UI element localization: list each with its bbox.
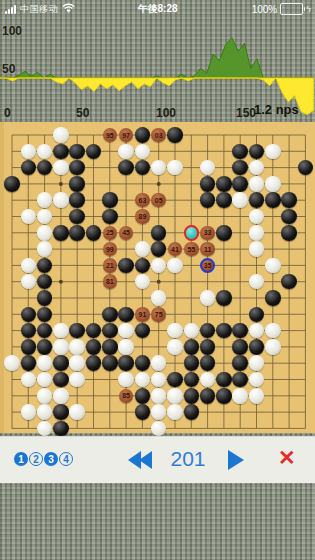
stone-marked-dead[interactable]: 03 [151, 128, 166, 143]
stone-black[interactable] [135, 388, 151, 404]
stone-black[interactable] [118, 355, 134, 371]
stone-black[interactable] [265, 290, 281, 306]
stone-black[interactable] [86, 339, 102, 355]
stone-black[interactable] [232, 144, 248, 160]
stone-black[interactable] [21, 339, 37, 355]
stone-white[interactable] [249, 176, 265, 192]
stone-black[interactable] [265, 192, 281, 208]
stone-white[interactable] [249, 355, 265, 371]
variation-button-3[interactable]: 3 [44, 452, 58, 466]
move-number-on-stone: 33 [204, 229, 212, 236]
stone-black[interactable] [184, 404, 200, 420]
stone-black[interactable] [249, 192, 265, 208]
stone-black[interactable] [167, 127, 183, 143]
stone-black[interactable] [281, 225, 297, 241]
stone-white[interactable] [167, 258, 183, 274]
stone-white[interactable] [265, 339, 281, 355]
stone-black[interactable] [200, 388, 216, 404]
move-number-on-stone: 41 [171, 246, 179, 253]
stone-white[interactable] [265, 323, 281, 339]
stone-black[interactable] [135, 355, 151, 371]
stone-black[interactable] [281, 209, 297, 225]
x-axis-tick-100: 100 [156, 106, 176, 120]
stone-black[interactable] [216, 192, 232, 208]
stone-black[interactable] [232, 355, 248, 371]
stone-black[interactable] [53, 144, 69, 160]
rewind-icon [139, 451, 152, 469]
move-number-on-stone: 11 [204, 246, 211, 253]
stone-black[interactable] [249, 339, 265, 355]
stone-white[interactable] [118, 323, 134, 339]
stone-black[interactable] [184, 388, 200, 404]
stone-white[interactable] [135, 241, 151, 257]
stone-white[interactable] [249, 388, 265, 404]
stone-black[interactable] [53, 372, 69, 388]
stone-marked-dead[interactable]: 55 [184, 242, 199, 257]
nps-speed-label: 1.2 nps [254, 102, 299, 117]
star-point [157, 280, 161, 284]
move-number-on-stone: 89 [138, 213, 146, 220]
stone-black[interactable] [4, 176, 20, 192]
stone-white[interactable] [167, 339, 183, 355]
stone-black[interactable] [37, 290, 53, 306]
move-number-on-stone: 99 [106, 246, 114, 253]
stone-white[interactable] [232, 192, 248, 208]
stone-marked-dead[interactable]: 63 [135, 193, 150, 208]
stone-black[interactable] [102, 307, 118, 323]
stone-white[interactable] [53, 192, 69, 208]
stone-white[interactable] [265, 176, 281, 192]
stone-black[interactable] [21, 355, 37, 371]
stone-white[interactable] [69, 404, 85, 420]
stone-black[interactable] [216, 290, 232, 306]
stone-black[interactable] [135, 404, 151, 420]
move-number-on-stone: 75 [155, 311, 163, 318]
stone-white[interactable] [37, 241, 53, 257]
variation-buttons: 1 2 3 4 [14, 452, 73, 466]
play-forward-button[interactable] [228, 450, 244, 470]
stone-white[interactable] [200, 290, 216, 306]
stone-black[interactable] [21, 307, 37, 323]
star-point [157, 182, 161, 186]
stone-black[interactable] [118, 160, 134, 176]
stone-white[interactable] [167, 323, 183, 339]
stone-black[interactable] [216, 225, 232, 241]
stone-white[interactable] [118, 339, 134, 355]
stone-marked-dead[interactable]: 81 [103, 274, 118, 289]
stone-black[interactable] [135, 127, 151, 143]
winrate-chart: 100 50 0 50 100 150 1.2 nps [0, 18, 315, 122]
stone-white[interactable] [21, 144, 37, 160]
stone-white[interactable] [69, 355, 85, 371]
stone-black[interactable] [53, 404, 69, 420]
stone-black[interactable] [216, 323, 232, 339]
stone-white[interactable] [37, 404, 53, 420]
stone-black[interactable] [69, 209, 85, 225]
x-axis-tick-0: 0 [4, 106, 11, 120]
stone-white[interactable] [21, 258, 37, 274]
stone-black[interactable] [69, 225, 85, 241]
stone-black[interactable] [184, 339, 200, 355]
stone-white[interactable] [53, 388, 69, 404]
stone-black[interactable] [37, 339, 53, 355]
move-number-on-stone: 95 [106, 132, 114, 139]
stone-white[interactable] [37, 421, 53, 437]
stone-marked-dead[interactable]: 33 [200, 226, 215, 241]
stone-white[interactable] [167, 160, 183, 176]
stone-white[interactable] [21, 404, 37, 420]
stone-black[interactable] [53, 355, 69, 371]
stone-white[interactable] [135, 144, 151, 160]
y-axis-tick-100: 100 [2, 24, 22, 38]
stone-white[interactable] [167, 388, 183, 404]
stone-black[interactable] [232, 176, 248, 192]
stone-black[interactable] [151, 225, 167, 241]
stone-marked-dead[interactable]: 89 [135, 209, 150, 224]
variation-button-4[interactable]: 4 [59, 452, 73, 466]
stone-black[interactable] [102, 192, 118, 208]
stone-white[interactable] [151, 290, 167, 306]
stone-black[interactable] [232, 339, 248, 355]
battery-icon [280, 3, 303, 15]
stone-black[interactable] [102, 209, 118, 225]
stone-white[interactable] [249, 241, 265, 257]
stone-black[interactable] [167, 372, 183, 388]
stone-black[interactable] [53, 225, 69, 241]
stone-black[interactable] [232, 372, 248, 388]
stone-marked-dead[interactable]: 21 [103, 258, 118, 273]
stone-black[interactable] [200, 176, 216, 192]
stone-black[interactable] [118, 307, 134, 323]
stone-black[interactable] [184, 355, 200, 371]
close-button[interactable]: ✕ [278, 447, 296, 468]
status-bar: 中国移动 午後8:28 100% ϟ [0, 0, 315, 18]
move-number-on-stone: 03 [155, 132, 163, 139]
stone-white[interactable] [37, 388, 53, 404]
rewind-button[interactable] [128, 451, 152, 469]
stone-white[interactable] [53, 160, 69, 176]
stone-white[interactable] [249, 225, 265, 241]
move-number-on-stone: 05 [155, 197, 163, 204]
move-number-on-stone: 35 [204, 262, 212, 269]
stone-marked-dead[interactable]: 91 [135, 307, 150, 322]
star-point [59, 280, 63, 284]
stone-black[interactable] [102, 323, 118, 339]
stone-black[interactable] [216, 388, 232, 404]
stone-black[interactable] [69, 192, 85, 208]
variation-button-1[interactable]: 1 [14, 452, 28, 466]
stone-marked-dead[interactable]: 25 [103, 226, 118, 241]
stone-white[interactable] [53, 323, 69, 339]
stone-white[interactable] [118, 372, 134, 388]
stone-white[interactable] [53, 339, 69, 355]
stone-highlight-cyan-red-ring[interactable] [184, 225, 200, 241]
move-number-label: 201 [158, 447, 218, 471]
charging-bolt-icon: ϟ [306, 4, 311, 14]
move-number-on-stone: 85 [122, 392, 130, 399]
stone-white[interactable] [53, 127, 69, 143]
go-board[interactable]: 95970363058925453399415511213581917585 [0, 122, 315, 433]
x-axis-tick-50: 50 [76, 106, 89, 120]
variation-button-2[interactable]: 2 [29, 452, 43, 466]
stone-marked-dead[interactable]: 75 [151, 307, 166, 322]
move-number-on-stone: 81 [106, 278, 114, 285]
stone-white[interactable] [265, 258, 281, 274]
stone-black[interactable] [281, 192, 297, 208]
move-number-on-stone: 97 [122, 132, 130, 139]
stone-black[interactable] [53, 421, 69, 437]
stone-white[interactable] [69, 372, 85, 388]
stone-marked-dead[interactable]: 11 [200, 242, 215, 257]
stone-black[interactable] [102, 355, 118, 371]
move-number-on-stone: 45 [122, 229, 130, 236]
stone-black[interactable] [216, 176, 232, 192]
stone-black[interactable] [200, 339, 216, 355]
stone-white[interactable] [151, 388, 167, 404]
star-point [59, 182, 63, 186]
move-number-on-stone: 63 [138, 197, 146, 204]
battery-percent-label: 100% [252, 4, 278, 15]
stone-white[interactable] [232, 388, 248, 404]
bottom-toolbar: 1 2 3 4 201 ✕ [0, 436, 315, 483]
stone-black[interactable] [118, 258, 134, 274]
stone-white[interactable] [69, 339, 85, 355]
stone-white[interactable] [118, 144, 134, 160]
stone-black[interactable] [86, 355, 102, 371]
go-app-screen: { "status_bar": { "carrier": "中国移动", "ti… [0, 0, 315, 560]
stone-white[interactable] [151, 421, 167, 437]
stone-black[interactable] [102, 339, 118, 355]
stone-white[interactable] [37, 225, 53, 241]
stone-black[interactable] [86, 225, 102, 241]
y-axis-tick-50: 50 [2, 62, 15, 76]
stone-white[interactable] [4, 355, 20, 371]
stone-black[interactable] [216, 372, 232, 388]
move-number-on-stone: 55 [187, 246, 195, 253]
stone-white[interactable] [167, 404, 183, 420]
move-number-on-stone: 25 [106, 229, 114, 236]
stone-black[interactable] [69, 144, 85, 160]
move-number-on-stone: 21 [106, 262, 114, 269]
stone-white[interactable] [265, 144, 281, 160]
stone-black[interactable] [69, 176, 85, 192]
move-number-on-stone: 91 [138, 311, 146, 318]
